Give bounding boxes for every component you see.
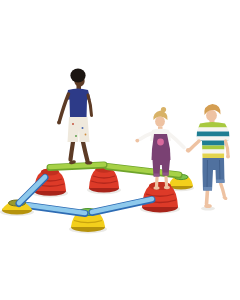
dungaree-bib bbox=[152, 134, 171, 160]
plank-surface bbox=[50, 165, 104, 168]
shirt-stripe bbox=[195, 132, 231, 137]
hand bbox=[57, 121, 61, 125]
dungaree-motif bbox=[157, 139, 164, 146]
shirt-stripe bbox=[195, 150, 231, 154]
balance-course-scene bbox=[0, 0, 240, 300]
foot bbox=[85, 161, 92, 165]
leg bbox=[207, 190, 208, 204]
jeans-seam bbox=[207, 160, 208, 188]
shorts-pattern-dot bbox=[72, 123, 74, 125]
shorts-pattern-dot bbox=[82, 127, 84, 129]
leg bbox=[71, 142, 74, 160]
shorts bbox=[68, 117, 90, 142]
arm bbox=[226, 141, 229, 155]
foot bbox=[164, 186, 170, 189]
shorts-pattern-dot bbox=[75, 135, 77, 137]
child-boy-right bbox=[186, 104, 231, 208]
pant-cuff bbox=[154, 174, 160, 177]
top-green-plank bbox=[50, 165, 104, 168]
shorts-pattern-dot bbox=[85, 134, 87, 136]
jeans-cuff bbox=[216, 180, 225, 184]
product-photo bbox=[0, 0, 240, 300]
leg bbox=[157, 178, 158, 187]
pant-cuff bbox=[163, 173, 169, 176]
leg bbox=[83, 142, 88, 161]
striped-shirt bbox=[195, 120, 231, 159]
shirt-stripe bbox=[195, 128, 231, 132]
arm bbox=[60, 94, 69, 121]
hand bbox=[226, 155, 230, 159]
hand bbox=[135, 139, 139, 143]
arm bbox=[88, 95, 92, 116]
foot bbox=[204, 204, 212, 208]
leg bbox=[166, 177, 167, 186]
jeans-seam bbox=[220, 160, 221, 181]
hair-topknot bbox=[161, 107, 166, 112]
foot bbox=[154, 186, 160, 189]
child-boy-left bbox=[57, 69, 92, 165]
shirt-stripe bbox=[195, 154, 231, 159]
joined-hands bbox=[186, 148, 191, 153]
arm bbox=[190, 141, 199, 150]
face bbox=[155, 116, 165, 127]
jeans-cuff bbox=[204, 187, 213, 191]
hair bbox=[70, 69, 85, 83]
leg bbox=[221, 183, 225, 196]
